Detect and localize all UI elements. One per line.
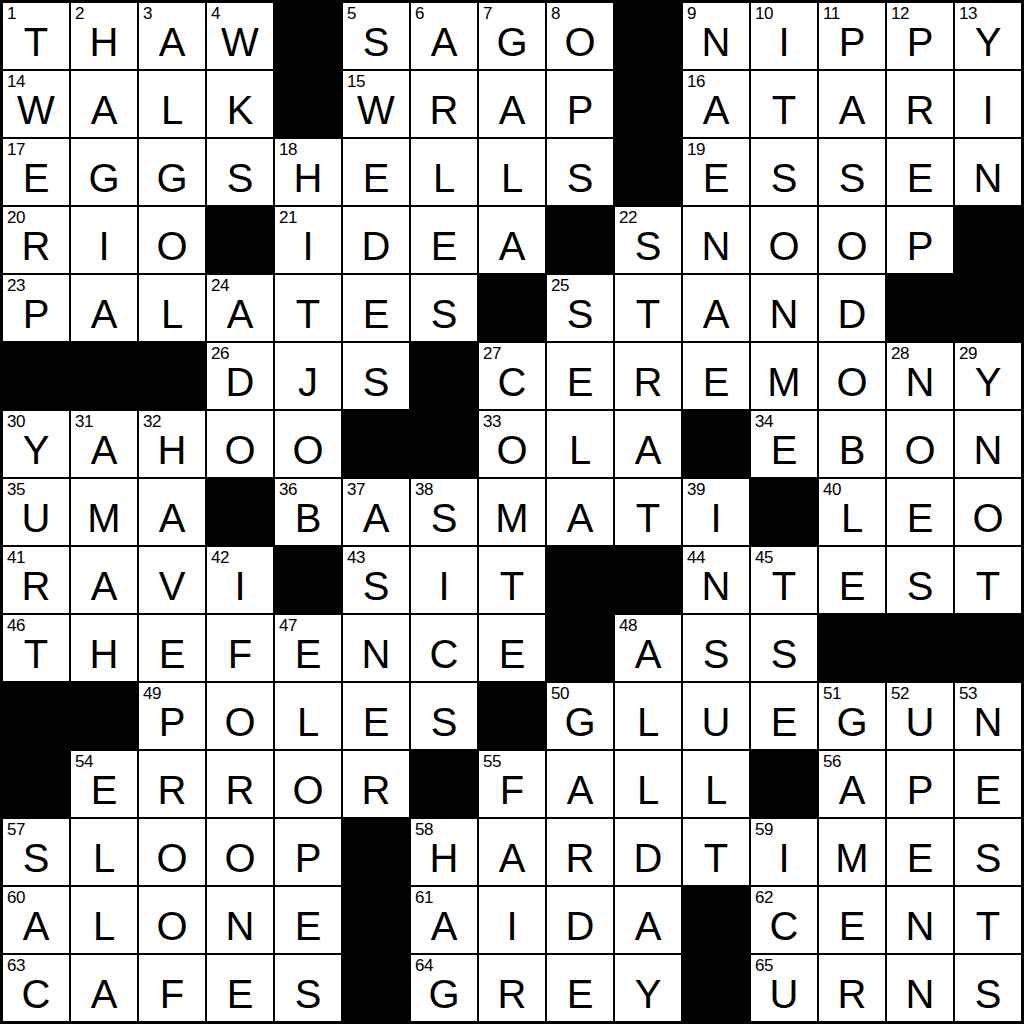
letter-cell[interactable]: T	[615, 479, 681, 545]
letter-cell[interactable]: O	[819, 207, 885, 273]
letter-cell[interactable]: 32H	[139, 411, 205, 477]
letter-cell[interactable]: O	[819, 343, 885, 409]
cell-letter: T	[636, 498, 660, 538]
letter-cell[interactable]: 40L	[819, 479, 885, 545]
letter-cell[interactable]: T	[275, 275, 341, 341]
letter-cell[interactable]: G	[71, 139, 137, 205]
cell-letter: S	[23, 838, 50, 878]
clue-number: 7	[483, 4, 492, 24]
letter-cell[interactable]: 12P	[887, 3, 953, 69]
letter-cell[interactable]: U	[683, 683, 749, 749]
letter-cell[interactable]: E	[343, 275, 409, 341]
letter-cell[interactable]: 44N	[683, 547, 749, 613]
letter-cell[interactable]: O	[275, 751, 341, 817]
cell-letter: O	[836, 362, 867, 402]
letter-cell[interactable]: S	[955, 955, 1021, 1021]
letter-cell[interactable]: 52U	[887, 683, 953, 749]
letter-cell[interactable]: 64G	[411, 955, 477, 1021]
cell-letter: S	[363, 22, 390, 62]
letter-cell[interactable]: A	[683, 275, 749, 341]
letter-cell[interactable]: A	[547, 479, 613, 545]
letter-cell[interactable]: 65U	[751, 955, 817, 1021]
block-cell	[955, 207, 1021, 273]
letter-cell[interactable]: D	[819, 275, 885, 341]
letter-cell[interactable]: S	[751, 615, 817, 681]
letter-cell[interactable]: 50G	[547, 683, 613, 749]
letter-cell[interactable]: S	[411, 275, 477, 341]
letter-cell[interactable]: R	[615, 343, 681, 409]
letter-cell[interactable]: N	[955, 411, 1021, 477]
clue-number: 18	[279, 140, 297, 160]
cell-letter: L	[637, 770, 659, 810]
block-cell	[275, 547, 341, 613]
letter-cell[interactable]: 48A	[615, 615, 681, 681]
cell-letter: E	[839, 906, 866, 946]
letter-cell[interactable]: R	[139, 751, 205, 817]
block-cell	[3, 343, 69, 409]
cell-letter: H	[158, 430, 187, 470]
letter-cell[interactable]: 49P	[139, 683, 205, 749]
cell-letter: I	[778, 838, 789, 878]
letter-cell[interactable]: 63C	[3, 955, 69, 1021]
cell-letter: E	[295, 634, 322, 674]
letter-cell[interactable]: A	[71, 547, 137, 613]
letter-cell[interactable]: S	[207, 139, 273, 205]
letter-cell[interactable]: 29Y	[955, 343, 1021, 409]
letter-cell[interactable]: A	[615, 411, 681, 477]
clue-number: 44	[687, 548, 705, 568]
letter-cell[interactable]: N	[955, 139, 1021, 205]
letter-cell[interactable]: 53N	[955, 683, 1021, 749]
letter-cell[interactable]: 28N	[887, 343, 953, 409]
letter-cell[interactable]: D	[343, 207, 409, 273]
cell-letter: R	[498, 974, 527, 1014]
cell-letter: E	[363, 702, 390, 742]
letter-cell[interactable]: A	[479, 207, 545, 273]
letter-cell[interactable]: E	[887, 139, 953, 205]
clue-number: 34	[755, 412, 773, 432]
letter-cell[interactable]: L	[479, 139, 545, 205]
letter-cell[interactable]: L	[139, 71, 205, 137]
letter-cell[interactable]: 22S	[615, 207, 681, 273]
letter-cell[interactable]: 25S	[547, 275, 613, 341]
letter-cell[interactable]: 8O	[547, 3, 613, 69]
clue-number: 25	[551, 276, 569, 296]
cell-letter: A	[159, 22, 186, 62]
letter-cell[interactable]: R	[887, 71, 953, 137]
letter-cell[interactable]: S	[819, 139, 885, 205]
cell-letter: L	[501, 158, 523, 198]
letter-cell[interactable]: F	[207, 615, 273, 681]
letter-cell[interactable]: 18H	[275, 139, 341, 205]
letter-cell[interactable]: T	[615, 275, 681, 341]
letter-cell[interactable]: 36B	[275, 479, 341, 545]
cell-letter: N	[974, 430, 1003, 470]
letter-cell[interactable]: 46T	[3, 615, 69, 681]
clue-number: 56	[823, 752, 841, 772]
letter-cell[interactable]: E	[887, 819, 953, 885]
letter-cell[interactable]: O	[139, 887, 205, 953]
letter-cell[interactable]: K	[207, 71, 273, 137]
letter-cell[interactable]: O	[207, 819, 273, 885]
letter-cell[interactable]: M	[819, 819, 885, 885]
letter-cell[interactable]: E	[955, 751, 1021, 817]
letter-cell[interactable]: J	[275, 343, 341, 409]
letter-cell[interactable]: L	[683, 751, 749, 817]
letter-cell[interactable]: P	[275, 819, 341, 885]
cell-letter: L	[161, 294, 183, 334]
cell-letter: A	[499, 226, 526, 266]
letter-cell[interactable]: 57S	[3, 819, 69, 885]
cell-letter: A	[635, 906, 662, 946]
letter-cell[interactable]: 43S	[343, 547, 409, 613]
letter-cell[interactable]: R	[343, 751, 409, 817]
clue-number: 19	[687, 140, 705, 160]
letter-cell[interactable]: 19E	[683, 139, 749, 205]
clue-number: 63	[7, 956, 25, 976]
letter-cell[interactable]: E	[343, 139, 409, 205]
letter-cell[interactable]: O	[887, 411, 953, 477]
letter-cell[interactable]: 26D	[207, 343, 273, 409]
cell-letter: W	[17, 90, 55, 130]
letter-cell[interactable]: A	[819, 71, 885, 137]
cell-letter: H	[294, 158, 323, 198]
letter-cell[interactable]: L	[71, 887, 137, 953]
letter-cell[interactable]: 56A	[819, 751, 885, 817]
letter-cell[interactable]: R	[207, 751, 273, 817]
cell-letter: I	[778, 22, 789, 62]
letter-cell[interactable]: 47E	[275, 615, 341, 681]
cell-letter: U	[702, 702, 731, 742]
cell-letter: S	[975, 974, 1002, 1014]
block-cell	[343, 411, 409, 477]
cell-letter: E	[703, 158, 730, 198]
letter-cell[interactable]: P	[887, 751, 953, 817]
letter-cell[interactable]: 3A	[139, 3, 205, 69]
letter-cell[interactable]: T	[751, 71, 817, 137]
block-cell	[275, 3, 341, 69]
letter-cell[interactable]: T	[479, 547, 545, 613]
letter-cell[interactable]: T	[955, 887, 1021, 953]
cell-letter: A	[839, 770, 866, 810]
cell-letter: S	[431, 294, 458, 334]
letter-cell[interactable]: B	[819, 411, 885, 477]
letter-cell[interactable]: A	[139, 479, 205, 545]
letter-cell[interactable]: 45T	[751, 547, 817, 613]
letter-cell[interactable]: O	[139, 207, 205, 273]
letter-cell[interactable]: 27C	[479, 343, 545, 409]
letter-cell[interactable]: S	[343, 343, 409, 409]
clue-number: 13	[959, 4, 977, 24]
clue-number: 55	[483, 752, 501, 772]
letter-cell[interactable]: L	[411, 139, 477, 205]
letter-cell[interactable]: A	[547, 751, 613, 817]
letter-cell[interactable]: 51G	[819, 683, 885, 749]
block-cell	[615, 139, 681, 205]
clue-number: 65	[755, 956, 773, 976]
letter-cell[interactable]: E	[547, 955, 613, 1021]
cell-letter: O	[224, 838, 255, 878]
cell-letter: P	[907, 226, 934, 266]
clue-number: 58	[415, 820, 433, 840]
letter-cell[interactable]: 38S	[411, 479, 477, 545]
letter-cell[interactable]: N	[343, 615, 409, 681]
letter-cell[interactable]: 2H	[71, 3, 137, 69]
letter-cell[interactable]: A	[71, 955, 137, 1021]
letter-cell[interactable]: M	[71, 479, 137, 545]
letter-cell[interactable]: 35U	[3, 479, 69, 545]
clue-number: 16	[687, 72, 705, 92]
letter-cell[interactable]: 24A	[207, 275, 273, 341]
letter-cell[interactable]: S	[683, 615, 749, 681]
cell-letter: N	[906, 362, 935, 402]
letter-cell[interactable]: 61A	[411, 887, 477, 953]
block-cell	[139, 343, 205, 409]
letter-cell[interactable]: N	[683, 207, 749, 273]
clue-number: 39	[687, 480, 705, 500]
cell-letter: L	[433, 158, 455, 198]
letter-cell[interactable]: 54E	[71, 751, 137, 817]
block-cell	[955, 275, 1021, 341]
cell-letter: S	[295, 974, 322, 1014]
cell-letter: Y	[635, 974, 662, 1014]
letter-cell[interactable]: 42I	[207, 547, 273, 613]
cell-letter: A	[431, 906, 458, 946]
letter-cell[interactable]: E	[887, 479, 953, 545]
letter-cell[interactable]: R	[547, 819, 613, 885]
letter-cell[interactable]: R	[411, 71, 477, 137]
letter-cell[interactable]: M	[751, 343, 817, 409]
clue-number: 53	[959, 684, 977, 704]
cell-letter: L	[161, 90, 183, 130]
clue-number: 42	[211, 548, 229, 568]
letter-cell[interactable]: 6A	[411, 3, 477, 69]
cell-letter: I	[98, 226, 109, 266]
clue-number: 61	[415, 888, 433, 908]
clue-number: 45	[755, 548, 773, 568]
letter-cell[interactable]: 39I	[683, 479, 749, 545]
letter-cell[interactable]: E	[411, 207, 477, 273]
letter-cell[interactable]: D	[615, 819, 681, 885]
letter-cell[interactable]: E	[751, 683, 817, 749]
letter-cell[interactable]: S	[955, 819, 1021, 885]
letter-cell[interactable]: F	[139, 955, 205, 1021]
letter-cell[interactable]: 17E	[3, 139, 69, 205]
letter-cell[interactable]: L	[547, 411, 613, 477]
letter-cell[interactable]: O	[275, 411, 341, 477]
letter-cell[interactable]: E	[683, 343, 749, 409]
cell-letter: S	[227, 158, 254, 198]
letter-cell[interactable]: S	[411, 683, 477, 749]
letter-cell[interactable]: 1T	[3, 3, 69, 69]
clue-number: 1	[7, 4, 16, 24]
letter-cell[interactable]: E	[479, 615, 545, 681]
letter-cell[interactable]: 30Y	[3, 411, 69, 477]
cell-letter: S	[431, 498, 458, 538]
letter-cell[interactable]: T	[955, 547, 1021, 613]
letter-cell[interactable]: O	[955, 479, 1021, 545]
clue-number: 26	[211, 344, 229, 364]
cell-letter: L	[841, 498, 863, 538]
letter-cell[interactable]: 10I	[751, 3, 817, 69]
letter-cell[interactable]: M	[479, 479, 545, 545]
block-cell	[479, 275, 545, 341]
cell-letter: E	[907, 498, 934, 538]
clue-number: 57	[7, 820, 25, 840]
cell-letter: S	[907, 566, 934, 606]
letter-cell[interactable]: 5S	[343, 3, 409, 69]
cell-letter: U	[22, 498, 51, 538]
cell-letter: E	[227, 974, 254, 1014]
letter-cell[interactable]: 4W	[207, 3, 273, 69]
clue-number: 51	[823, 684, 841, 704]
letter-cell[interactable]: E	[275, 887, 341, 953]
letter-cell[interactable]: N	[887, 955, 953, 1021]
cell-letter: S	[635, 226, 662, 266]
cell-letter: A	[91, 294, 118, 334]
cell-letter: O	[224, 430, 255, 470]
letter-cell[interactable]: 14W	[3, 71, 69, 137]
letter-cell[interactable]: 16A	[683, 71, 749, 137]
letter-cell[interactable]: I	[71, 207, 137, 273]
letter-cell[interactable]: E	[819, 887, 885, 953]
letter-cell[interactable]: 33O	[479, 411, 545, 477]
letter-cell[interactable]: O	[207, 411, 273, 477]
cell-letter: W	[357, 90, 395, 130]
letter-cell[interactable]: 34E	[751, 411, 817, 477]
cell-letter: H	[90, 22, 119, 62]
letter-cell[interactable]: T	[683, 819, 749, 885]
letter-cell[interactable]: 15W	[343, 71, 409, 137]
letter-cell[interactable]: G	[139, 139, 205, 205]
letter-cell[interactable]: N	[751, 275, 817, 341]
letter-cell[interactable]: I	[411, 547, 477, 613]
letter-cell[interactable]: D	[547, 887, 613, 953]
letter-cell[interactable]: E	[343, 683, 409, 749]
letter-cell[interactable]: L	[139, 275, 205, 341]
letter-cell[interactable]: 7G	[479, 3, 545, 69]
letter-cell[interactable]: 11P	[819, 3, 885, 69]
letter-cell[interactable]: A	[71, 71, 137, 137]
block-cell	[955, 615, 1021, 681]
letter-cell[interactable]: S	[547, 139, 613, 205]
letter-cell[interactable]: H	[71, 615, 137, 681]
letter-cell[interactable]: C	[411, 615, 477, 681]
cell-letter: G	[564, 702, 595, 742]
letter-cell[interactable]: I	[955, 71, 1021, 137]
cell-letter: D	[566, 906, 595, 946]
letter-cell[interactable]: L	[275, 683, 341, 749]
letter-cell[interactable]: R	[479, 955, 545, 1021]
clue-number: 48	[619, 616, 637, 636]
cell-letter: D	[362, 226, 391, 266]
letter-cell[interactable]: S	[887, 547, 953, 613]
cell-letter: C	[22, 974, 51, 1014]
letter-cell[interactable]: 21I	[275, 207, 341, 273]
cell-letter: A	[703, 294, 730, 334]
letter-cell[interactable]: 37A	[343, 479, 409, 545]
letter-cell[interactable]: 41R	[3, 547, 69, 613]
letter-cell[interactable]: R	[819, 955, 885, 1021]
letter-cell[interactable]: S	[275, 955, 341, 1021]
letter-cell[interactable]: N	[207, 887, 273, 953]
cell-letter: C	[498, 362, 527, 402]
letter-cell[interactable]: 31A	[71, 411, 137, 477]
letter-cell[interactable]: P	[887, 207, 953, 273]
clue-number: 41	[7, 548, 25, 568]
letter-cell[interactable]: O	[139, 819, 205, 885]
cell-letter: G	[496, 22, 527, 62]
cell-letter: O	[292, 430, 323, 470]
block-cell	[479, 683, 545, 749]
cell-letter: A	[635, 430, 662, 470]
cell-letter: F	[228, 634, 252, 674]
letter-cell[interactable]: L	[615, 683, 681, 749]
letter-cell[interactable]: E	[819, 547, 885, 613]
letter-cell[interactable]: 20R	[3, 207, 69, 273]
letter-cell[interactable]: O	[207, 683, 273, 749]
clue-number: 9	[687, 4, 696, 24]
letter-cell[interactable]: 13Y	[955, 3, 1021, 69]
cell-letter: M	[87, 498, 120, 538]
cell-letter: R	[634, 362, 663, 402]
letter-cell[interactable]: A	[71, 275, 137, 341]
block-cell	[683, 955, 749, 1021]
letter-cell[interactable]: P	[547, 71, 613, 137]
letter-cell[interactable]: O	[751, 207, 817, 273]
letter-cell[interactable]: 55F	[479, 751, 545, 817]
clue-number: 33	[483, 412, 501, 432]
cell-letter: I	[982, 90, 993, 130]
letter-cell[interactable]: 62C	[751, 887, 817, 953]
cell-letter: F	[160, 974, 184, 1014]
cell-letter: I	[234, 566, 245, 606]
cell-letter: O	[496, 430, 527, 470]
cell-letter: R	[566, 838, 595, 878]
letter-cell[interactable]: 23P	[3, 275, 69, 341]
letter-cell[interactable]: E	[207, 955, 273, 1021]
block-cell	[411, 411, 477, 477]
clue-number: 11	[823, 4, 840, 24]
block-cell	[615, 3, 681, 69]
clue-number: 32	[143, 412, 161, 432]
cell-letter: E	[363, 158, 390, 198]
letter-cell[interactable]: 59I	[751, 819, 817, 885]
letter-cell[interactable]: N	[887, 887, 953, 953]
letter-cell[interactable]: Y	[615, 955, 681, 1021]
letter-cell[interactable]: L	[71, 819, 137, 885]
letter-cell[interactable]: L	[615, 751, 681, 817]
clue-number: 62	[755, 888, 773, 908]
letter-cell[interactable]: A	[479, 819, 545, 885]
letter-cell[interactable]: S	[751, 139, 817, 205]
letter-cell[interactable]: V	[139, 547, 205, 613]
block-cell	[547, 207, 613, 273]
letter-cell[interactable]: I	[479, 887, 545, 953]
letter-cell[interactable]: E	[139, 615, 205, 681]
letter-cell[interactable]: E	[547, 343, 613, 409]
cell-letter: P	[23, 294, 50, 334]
letter-cell[interactable]: A	[479, 71, 545, 137]
letter-cell[interactable]: 9N	[683, 3, 749, 69]
letter-cell[interactable]: 60A	[3, 887, 69, 953]
letter-cell[interactable]: 58H	[411, 819, 477, 885]
cell-letter: R	[226, 770, 255, 810]
cell-letter: P	[159, 702, 186, 742]
clue-number: 47	[279, 616, 297, 636]
clue-number: 40	[823, 480, 841, 500]
letter-cell[interactable]: A	[615, 887, 681, 953]
